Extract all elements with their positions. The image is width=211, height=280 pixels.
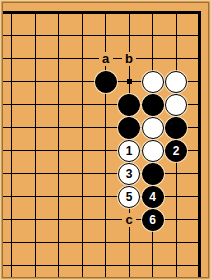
board-right-edge-line: [198, 11, 201, 276]
stone-black: [118, 117, 140, 139]
stone-black-6: 6: [142, 209, 164, 231]
stone-black-2: 2: [165, 140, 187, 162]
go-board-diagram: 123546abc: [0, 0, 211, 280]
stone-white-5: 5: [118, 186, 140, 208]
grid-vline: [82, 12, 83, 277]
grid-vline: [35, 12, 36, 277]
board-top-edge-line: [3, 11, 201, 14]
stone-black-4: 4: [142, 186, 164, 208]
grid-vline: [58, 12, 59, 277]
stone-black: [165, 117, 187, 139]
grid-hline: [3, 219, 201, 220]
grid-vline: [11, 12, 12, 277]
stone-white: [165, 71, 187, 93]
grid-hline: [3, 173, 201, 174]
stone-black: [142, 94, 164, 116]
hoshi-point-marker: [127, 79, 132, 84]
stone-white: [142, 71, 164, 93]
grid-hline: [3, 265, 201, 266]
stone-white: [165, 94, 187, 116]
grid-hline: [3, 196, 201, 197]
label-point-b: b: [122, 52, 136, 66]
grid-hline: [3, 242, 201, 243]
stone-white-1: 1: [118, 140, 140, 162]
stone-black: [142, 163, 164, 185]
grid-hline: [3, 35, 201, 36]
label-point-c: c: [122, 213, 136, 227]
stone-black: [95, 71, 117, 93]
stone-black: [118, 94, 140, 116]
stone-white: [142, 117, 164, 139]
stone-white: [142, 140, 164, 162]
label-point-a: a: [99, 52, 113, 66]
stone-white-3: 3: [118, 163, 140, 185]
